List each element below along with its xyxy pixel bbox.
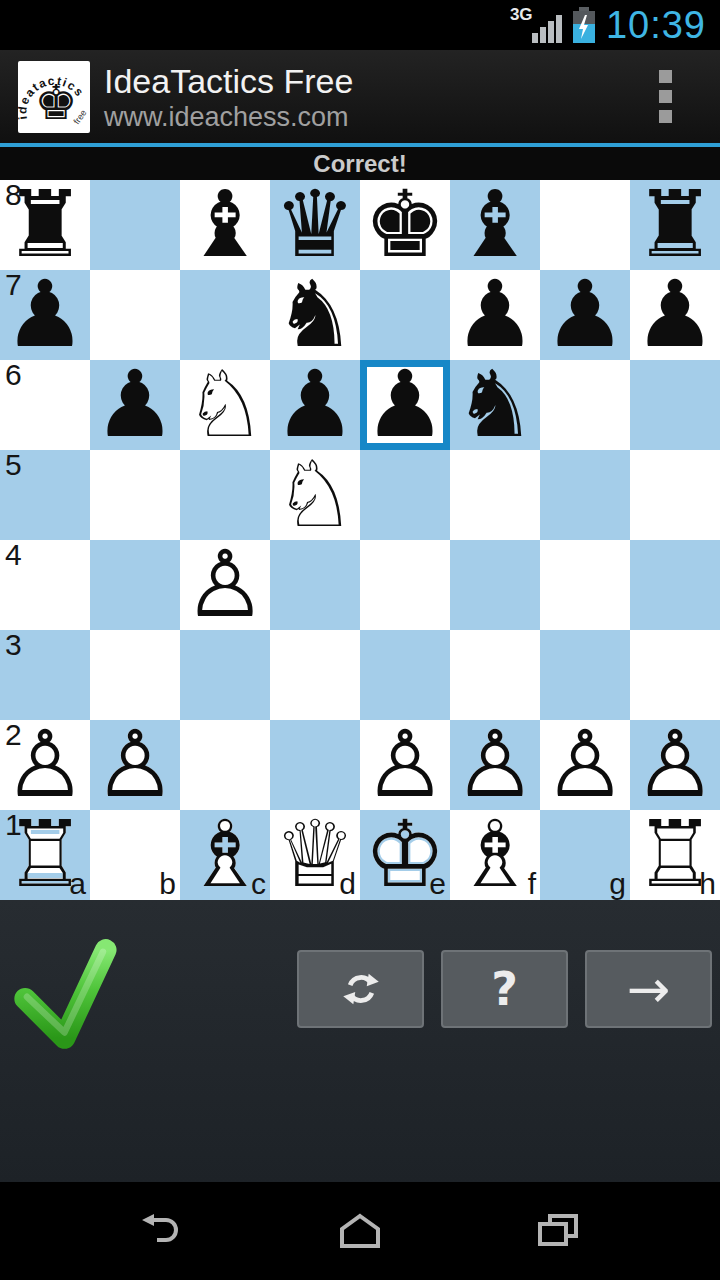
piece-black-knight: ♞ <box>270 270 360 360</box>
piece-white-pawn-fill: ♟ <box>180 540 270 630</box>
square-g4[interactable] <box>540 540 630 630</box>
square-h8[interactable]: ♜ <box>630 180 720 270</box>
network-type-label: 3G <box>510 5 533 25</box>
square-e5[interactable] <box>360 450 450 540</box>
file-label-b: b <box>159 869 176 899</box>
question-mark-icon: ? <box>491 966 518 1012</box>
square-a1[interactable]: 1a♜♖ <box>0 810 90 900</box>
square-e6[interactable]: ♟ <box>360 360 450 450</box>
piece-white-bishop-fill: ♝ <box>450 810 540 900</box>
app-title: IdeaTactics Free <box>104 61 353 101</box>
square-d4[interactable] <box>270 540 360 630</box>
piece-white-pawn-fill: ♟ <box>90 720 180 810</box>
action-bar: ideatactics ♚ free IdeaTactics Free www.… <box>0 50 720 143</box>
title-block: IdeaTactics Free www.ideachess.com <box>104 61 353 133</box>
square-b4[interactable] <box>90 540 180 630</box>
piece-white-pawn: ♙ <box>90 720 180 810</box>
square-f3[interactable] <box>450 630 540 720</box>
square-a6[interactable]: 6 <box>0 360 90 450</box>
square-g3[interactable] <box>540 630 630 720</box>
square-a8[interactable]: 8♜ <box>0 180 90 270</box>
square-d2[interactable] <box>270 720 360 810</box>
rank-label-6: 6 <box>5 358 22 392</box>
square-f4[interactable] <box>450 540 540 630</box>
file-label-d: d <box>339 869 356 899</box>
square-b1[interactable]: b <box>90 810 180 900</box>
overflow-menu-icon[interactable] <box>651 62 680 131</box>
retry-button[interactable] <box>297 950 424 1028</box>
rank-label-5: 5 <box>5 448 22 482</box>
svg-text:♚: ♚ <box>34 74 77 130</box>
clock: 10:39 <box>606 4 706 47</box>
refresh-icon <box>338 966 384 1012</box>
chess-board: 8♜♝♛♚♝♜7♟♞♟♟♟6♟♞♘♟♟♞5♞♘4♟♙32♟♙♟♙♟♙♟♙♟♙♟♙… <box>0 180 720 900</box>
square-e7[interactable] <box>360 270 450 360</box>
back-button[interactable] <box>138 1211 186 1251</box>
square-h1[interactable]: h♜♖ <box>630 810 720 900</box>
rank-label-4: 4 <box>5 538 22 572</box>
control-panel: ? → <box>0 900 720 1182</box>
piece-white-pawn-fill: ♟ <box>360 720 450 810</box>
piece-white-knight-fill: ♞ <box>180 360 270 450</box>
piece-white-pawn: ♙ <box>540 720 630 810</box>
square-h2[interactable]: ♟♙ <box>630 720 720 810</box>
square-d1[interactable]: d♛♕ <box>270 810 360 900</box>
square-a7[interactable]: 7♟ <box>0 270 90 360</box>
square-e3[interactable] <box>360 630 450 720</box>
status-bar: 3G 10:39 <box>0 0 720 50</box>
piece-black-pawn: ♟ <box>540 270 630 360</box>
tactic-toolbar: ? → <box>297 950 712 1028</box>
piece-white-pawn-fill: ♟ <box>630 720 720 810</box>
square-h4[interactable] <box>630 540 720 630</box>
recents-button[interactable] <box>534 1211 582 1251</box>
piece-white-knight-fill: ♞ <box>270 450 360 540</box>
square-c8[interactable]: ♝ <box>180 180 270 270</box>
square-d6[interactable]: ♟ <box>270 360 360 450</box>
square-h3[interactable] <box>630 630 720 720</box>
square-b6[interactable]: ♟ <box>90 360 180 450</box>
piece-white-pawn: ♙ <box>450 720 540 810</box>
app-logo-icon: ideatactics ♚ free <box>18 61 90 133</box>
square-b2[interactable]: ♟♙ <box>90 720 180 810</box>
square-e8[interactable]: ♚ <box>360 180 450 270</box>
android-nav-bar <box>0 1182 720 1280</box>
file-label-e: e <box>429 869 446 899</box>
correct-check-icon <box>12 930 117 1058</box>
back-arrow-icon <box>140 1213 184 1249</box>
square-g2[interactable]: ♟♙ <box>540 720 630 810</box>
square-g6[interactable] <box>540 360 630 450</box>
rank-label-3: 3 <box>5 628 22 662</box>
piece-black-king: ♚ <box>360 180 450 270</box>
signal-bars-icon <box>532 15 562 43</box>
square-f6[interactable]: ♞ <box>450 360 540 450</box>
square-e2[interactable]: ♟♙ <box>360 720 450 810</box>
feedback-text: Correct! <box>313 150 406 178</box>
piece-white-knight: ♘ <box>180 360 270 450</box>
square-f1[interactable]: f♝♗ <box>450 810 540 900</box>
arrow-right-icon: → <box>627 963 671 1015</box>
square-a2[interactable]: 2♟♙ <box>0 720 90 810</box>
file-label-g: g <box>609 869 626 899</box>
square-g5[interactable] <box>540 450 630 540</box>
square-c1[interactable]: c♝♗ <box>180 810 270 900</box>
file-label-f: f <box>528 869 536 899</box>
piece-black-bishop: ♝ <box>450 180 540 270</box>
square-c7[interactable] <box>180 270 270 360</box>
square-h5[interactable] <box>630 450 720 540</box>
piece-black-pawn: ♟ <box>630 270 720 360</box>
piece-black-bishop: ♝ <box>180 180 270 270</box>
piece-white-pawn: ♙ <box>360 720 450 810</box>
square-d5[interactable]: ♞♘ <box>270 450 360 540</box>
piece-white-pawn: ♙ <box>630 720 720 810</box>
rank-label-8: 8 <box>5 178 22 212</box>
piece-black-pawn: ♟ <box>90 360 180 450</box>
square-a5[interactable]: 5 <box>0 450 90 540</box>
piece-black-pawn: ♟ <box>450 270 540 360</box>
piece-white-pawn-fill: ♟ <box>540 720 630 810</box>
square-f8[interactable]: ♝ <box>450 180 540 270</box>
piece-black-knight: ♞ <box>450 360 540 450</box>
square-g8[interactable] <box>540 180 630 270</box>
square-b7[interactable] <box>90 270 180 360</box>
square-d8[interactable]: ♛ <box>270 180 360 270</box>
piece-white-bishop: ♗ <box>450 810 540 900</box>
battery-charging-icon <box>572 5 596 45</box>
piece-white-pawn: ♙ <box>180 540 270 630</box>
signal-indicator: 3G <box>510 5 562 45</box>
rank-label-2: 2 <box>5 718 22 752</box>
square-b5[interactable] <box>90 450 180 540</box>
square-a3[interactable]: 3 <box>0 630 90 720</box>
home-icon <box>338 1213 382 1249</box>
square-e4[interactable] <box>360 540 450 630</box>
square-d7[interactable]: ♞ <box>270 270 360 360</box>
square-c4[interactable]: ♟♙ <box>180 540 270 630</box>
square-b3[interactable] <box>90 630 180 720</box>
rank-label-7: 7 <box>5 268 22 302</box>
file-label-a: a <box>69 869 86 899</box>
square-f5[interactable] <box>450 450 540 540</box>
piece-black-pawn: ♟ <box>360 360 450 450</box>
home-button[interactable] <box>336 1211 384 1251</box>
square-e1[interactable]: e♚♔ <box>360 810 450 900</box>
app-subtitle: www.ideachess.com <box>104 101 353 133</box>
file-label-h: h <box>699 869 716 899</box>
feedback-banner: Correct! <box>0 147 720 180</box>
piece-white-pawn-fill: ♟ <box>450 720 540 810</box>
square-g1[interactable]: g <box>540 810 630 900</box>
square-c5[interactable] <box>180 450 270 540</box>
file-label-c: c <box>251 869 266 899</box>
square-f7[interactable]: ♟ <box>450 270 540 360</box>
hint-button[interactable]: ? <box>441 950 568 1028</box>
square-d3[interactable] <box>270 630 360 720</box>
phone-screen: 3G 10:39 ideatactics ♚ free I <box>0 0 720 1280</box>
piece-black-rook: ♜ <box>630 180 720 270</box>
square-c3[interactable] <box>180 630 270 720</box>
square-a4[interactable]: 4 <box>0 540 90 630</box>
square-h7[interactable]: ♟ <box>630 270 720 360</box>
piece-black-queen: ♛ <box>270 180 360 270</box>
piece-black-pawn: ♟ <box>270 360 360 450</box>
piece-white-knight: ♘ <box>270 450 360 540</box>
square-h6[interactable] <box>630 360 720 450</box>
square-f2[interactable]: ♟♙ <box>450 720 540 810</box>
square-c2[interactable] <box>180 720 270 810</box>
rank-label-1: 1 <box>5 808 22 842</box>
next-button[interactable]: → <box>585 950 712 1028</box>
recent-apps-icon <box>536 1213 580 1249</box>
square-b8[interactable] <box>90 180 180 270</box>
square-c6[interactable]: ♞♘ <box>180 360 270 450</box>
square-g7[interactable]: ♟ <box>540 270 630 360</box>
